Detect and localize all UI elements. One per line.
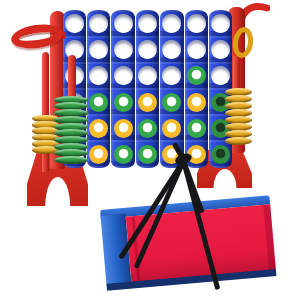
- cell-r3c3-empty: [114, 66, 133, 85]
- cell-r5c5-yellow-disc: [162, 119, 181, 138]
- cell-r2c3-empty: [114, 40, 133, 59]
- right-leg-arch-cutout: [213, 169, 236, 189]
- cell-r5c4-green-disc: [138, 119, 157, 138]
- cell-r2c6-empty: [187, 40, 206, 59]
- board-column-3: [111, 10, 134, 168]
- cell-r3c6-green-disc: [187, 66, 206, 85]
- cell-r1c4-empty: [138, 14, 157, 33]
- cell-r6c4-green-disc: [138, 145, 157, 164]
- cell-r1c1-empty: [65, 14, 84, 33]
- cell-r2c2-empty: [89, 40, 108, 59]
- cell-r2c5-empty: [162, 40, 181, 59]
- product-photo: [0, 0, 300, 300]
- cell-r1c5-empty: [162, 14, 181, 33]
- left-leg-arch-cutout: [45, 177, 71, 207]
- cell-r1c2-empty: [89, 14, 108, 33]
- yellow-ring-stack-right: [225, 89, 252, 145]
- cell-r6c2-yellow-disc: [89, 145, 108, 164]
- cell-r4c2-green-disc: [89, 93, 108, 112]
- cell-r5c6-green-disc: [187, 119, 206, 138]
- board-column-6: [185, 10, 208, 168]
- cell-r3c7-empty: [211, 66, 230, 85]
- cell-r3c4-empty: [138, 66, 157, 85]
- left-ring-pole: [42, 52, 49, 172]
- cell-r1c7-empty: [211, 14, 230, 33]
- cell-r4c4-yellow-disc: [138, 93, 157, 112]
- cell-r1c3-empty: [114, 14, 133, 33]
- cell-r2c4-empty: [138, 40, 157, 59]
- green-ring-stack-ring: [54, 156, 88, 164]
- cell-r1c6-empty: [187, 14, 206, 33]
- green-ring-stack: [54, 97, 88, 164]
- cell-r6c3-green-disc: [114, 145, 133, 164]
- board-column-4: [136, 10, 159, 168]
- cell-r5c2-yellow-disc: [89, 119, 108, 138]
- cell-r3c2-empty: [89, 66, 108, 85]
- cell-r3c5-empty: [162, 66, 181, 85]
- cell-r4c3-green-disc: [114, 93, 133, 112]
- cell-r2c7-empty: [211, 40, 230, 59]
- board-column-2: [87, 10, 110, 168]
- cell-r4c5-green-disc: [162, 93, 181, 112]
- cell-r6c7-green-disc: [211, 145, 230, 164]
- cell-r5c3-yellow-disc: [114, 119, 133, 138]
- yellow-ring-stack-right-ring: [225, 137, 252, 145]
- cell-r4c6-yellow-disc: [187, 93, 206, 112]
